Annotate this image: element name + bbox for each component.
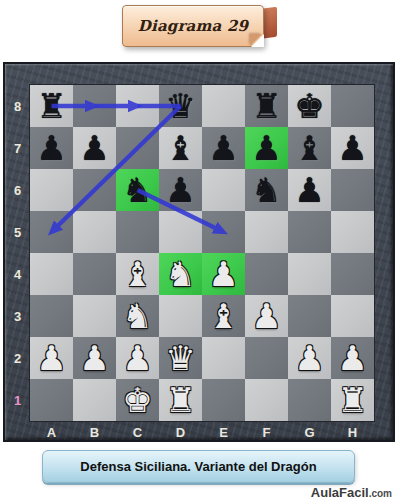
piece-black-pawn-b7: ♟ bbox=[79, 128, 109, 168]
square-b4 bbox=[73, 253, 116, 295]
square-f7: ♟ bbox=[245, 127, 288, 169]
caption-text: Defensa Siciliana. Variante del Dragón bbox=[80, 459, 316, 474]
rank-label-5: 5 bbox=[5, 211, 30, 253]
square-a1 bbox=[30, 379, 73, 421]
piece-white-bishop-c4: ♝ bbox=[122, 254, 152, 294]
square-f2 bbox=[245, 337, 288, 379]
square-d7: ♝ bbox=[159, 127, 202, 169]
square-d3 bbox=[159, 295, 202, 337]
piece-white-pawn-g2: ♟ bbox=[294, 338, 324, 378]
piece-black-pawn-h7: ♟ bbox=[337, 128, 367, 168]
piece-white-pawn-f3: ♟ bbox=[251, 296, 281, 336]
square-g8: ♚ bbox=[288, 85, 331, 127]
square-b7: ♟ bbox=[73, 127, 116, 169]
file-label-e: E bbox=[202, 421, 245, 444]
chessboard: ♜♛♜♚♟♟♝♟♟♝♟♞♟♞♟♝♞♟♞♝♟♟♟♟♛♟♟♚♜♜ bbox=[30, 85, 374, 421]
rank-labels: 87654321 bbox=[5, 85, 30, 421]
square-b6 bbox=[73, 169, 116, 211]
piece-black-queen-d8: ♛ bbox=[165, 86, 195, 126]
square-e7: ♟ bbox=[202, 127, 245, 169]
square-a4 bbox=[30, 253, 73, 295]
piece-white-knight-d4: ♞ bbox=[165, 254, 195, 294]
square-e1 bbox=[202, 379, 245, 421]
square-e8 bbox=[202, 85, 245, 127]
chessboard-frame: 87654321 ♜♛♜♚♟♟♝♟♟♝♟♞♟♞♟♝♞♟♞♝♟♟♟♟♛♟♟♚♜♜ … bbox=[3, 62, 395, 442]
square-h7: ♟ bbox=[331, 127, 374, 169]
square-h5 bbox=[331, 211, 374, 253]
square-c7 bbox=[116, 127, 159, 169]
square-e3: ♝ bbox=[202, 295, 245, 337]
square-d5 bbox=[159, 211, 202, 253]
square-g7: ♝ bbox=[288, 127, 331, 169]
piece-black-bishop-g7: ♝ bbox=[294, 128, 324, 168]
square-g3 bbox=[288, 295, 331, 337]
square-f4 bbox=[245, 253, 288, 295]
square-e4: ♟ bbox=[202, 253, 245, 295]
piece-black-pawn-d6: ♟ bbox=[165, 170, 195, 210]
square-c4: ♝ bbox=[116, 253, 159, 295]
watermark-tld: .com bbox=[369, 488, 392, 499]
rank-label-8: 8 bbox=[5, 85, 30, 127]
square-b1 bbox=[73, 379, 116, 421]
rank-label-2: 2 bbox=[5, 337, 30, 379]
square-b3 bbox=[73, 295, 116, 337]
rank-label-4: 4 bbox=[5, 253, 30, 295]
piece-white-queen-d2: ♛ bbox=[165, 338, 195, 378]
square-d4: ♞ bbox=[159, 253, 202, 295]
square-g1 bbox=[288, 379, 331, 421]
square-h3 bbox=[331, 295, 374, 337]
piece-black-rook-f8: ♜ bbox=[251, 86, 281, 126]
square-h8 bbox=[331, 85, 374, 127]
file-label-h: H bbox=[331, 421, 374, 444]
square-d2: ♛ bbox=[159, 337, 202, 379]
file-label-g: G bbox=[288, 421, 331, 444]
piece-white-pawn-a2: ♟ bbox=[36, 338, 66, 378]
square-a8: ♜ bbox=[30, 85, 73, 127]
square-c6: ♞ bbox=[116, 169, 159, 211]
square-b2: ♟ bbox=[73, 337, 116, 379]
square-f8: ♜ bbox=[245, 85, 288, 127]
square-h2: ♟ bbox=[331, 337, 374, 379]
square-d8: ♛ bbox=[159, 85, 202, 127]
piece-black-rook-a8: ♜ bbox=[36, 86, 66, 126]
piece-black-king-g8: ♚ bbox=[294, 86, 324, 126]
piece-white-bishop-e3: ♝ bbox=[208, 296, 238, 336]
square-a6 bbox=[30, 169, 73, 211]
watermark: AulaFacil.com bbox=[311, 483, 392, 501]
square-e5 bbox=[202, 211, 245, 253]
piece-black-pawn-e7: ♟ bbox=[208, 128, 238, 168]
square-h4 bbox=[331, 253, 374, 295]
square-a2: ♟ bbox=[30, 337, 73, 379]
piece-black-bishop-d7: ♝ bbox=[165, 128, 195, 168]
piece-white-rook-d1: ♜ bbox=[165, 380, 195, 420]
square-e6 bbox=[202, 169, 245, 211]
square-g6: ♟ bbox=[288, 169, 331, 211]
square-h6 bbox=[331, 169, 374, 211]
piece-white-king-c1: ♚ bbox=[122, 380, 152, 420]
piece-black-pawn-g6: ♟ bbox=[294, 170, 324, 210]
file-label-d: D bbox=[159, 421, 202, 444]
piece-white-rook-h1: ♜ bbox=[337, 380, 367, 420]
file-label-f: F bbox=[245, 421, 288, 444]
square-c5 bbox=[116, 211, 159, 253]
square-g5 bbox=[288, 211, 331, 253]
square-a3 bbox=[30, 295, 73, 337]
square-e2 bbox=[202, 337, 245, 379]
watermark-brand: AulaFacil bbox=[311, 485, 369, 500]
square-b8 bbox=[73, 85, 116, 127]
piece-black-knight-f6: ♞ bbox=[251, 170, 281, 210]
square-a7: ♟ bbox=[30, 127, 73, 169]
piece-white-pawn-e4: ♟ bbox=[208, 254, 238, 294]
square-f3: ♟ bbox=[245, 295, 288, 337]
piece-black-pawn-a7: ♟ bbox=[36, 128, 66, 168]
caption-box: Defensa Siciliana. Variante del Dragón bbox=[42, 450, 355, 483]
square-c3: ♞ bbox=[116, 295, 159, 337]
rank-label-3: 3 bbox=[5, 295, 30, 337]
file-label-b: B bbox=[73, 421, 116, 444]
rank-label-7: 7 bbox=[5, 127, 30, 169]
square-g2: ♟ bbox=[288, 337, 331, 379]
square-d6: ♟ bbox=[159, 169, 202, 211]
square-f5 bbox=[245, 211, 288, 253]
file-labels: ABCDEFGH bbox=[30, 421, 374, 444]
piece-white-pawn-c2: ♟ bbox=[122, 338, 152, 378]
square-c1: ♚ bbox=[116, 379, 159, 421]
rank-label-6: 6 bbox=[5, 169, 30, 211]
square-f6: ♞ bbox=[245, 169, 288, 211]
square-g4 bbox=[288, 253, 331, 295]
square-c8 bbox=[116, 85, 159, 127]
square-b5 bbox=[73, 211, 116, 253]
diagram-title: Diagrama 29 bbox=[138, 17, 248, 35]
piece-white-knight-c3: ♞ bbox=[122, 296, 152, 336]
file-label-c: C bbox=[116, 421, 159, 444]
square-d1: ♜ bbox=[159, 379, 202, 421]
piece-white-pawn-b2: ♟ bbox=[79, 338, 109, 378]
square-f1 bbox=[245, 379, 288, 421]
piece-white-pawn-h2: ♟ bbox=[337, 338, 367, 378]
file-label-a: A bbox=[30, 421, 73, 444]
square-h1: ♜ bbox=[331, 379, 374, 421]
square-a5 bbox=[30, 211, 73, 253]
diagram-banner: Diagrama 29 bbox=[122, 5, 264, 47]
piece-black-knight-c6: ♞ bbox=[122, 170, 152, 210]
square-c2: ♟ bbox=[116, 337, 159, 379]
piece-black-pawn-f7: ♟ bbox=[251, 128, 281, 168]
rank-label-1: 1 bbox=[5, 379, 30, 421]
